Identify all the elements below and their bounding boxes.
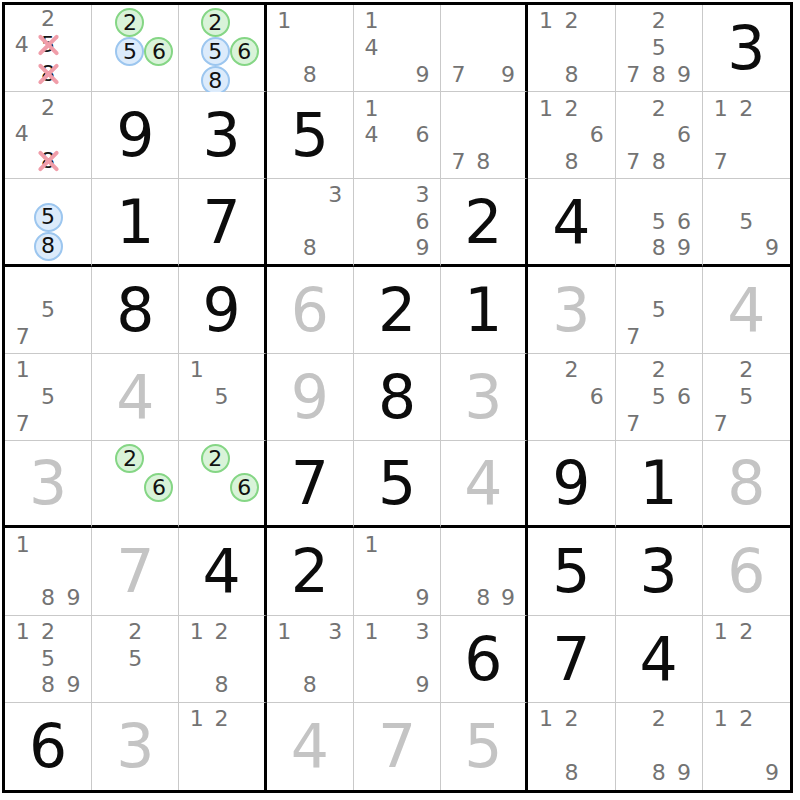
cell-r3c6[interactable]: 2 [441,179,528,266]
candidate[interactable]: 7 [626,413,640,435]
candidate-slot: 1 [184,357,209,384]
candidate[interactable]: 1 [365,621,379,643]
cell-r2c1[interactable]: 248 [5,92,92,179]
candidate[interactable]: 2 [652,10,666,32]
candidate[interactable]: 6 [677,124,691,146]
candidate[interactable]: 8 [476,151,490,173]
candidate[interactable]: 3 [328,621,342,643]
candidate[interactable]: 9 [415,64,429,86]
candidate-green-circle[interactable]: 6 [230,473,259,502]
candidate-slot [209,645,234,672]
candidate[interactable]: 9 [677,237,691,259]
cell-r9c9[interactable]: 129 [703,703,790,790]
candidate-slot: 8 [559,61,584,88]
cell-r7c4[interactable]: 2 [267,528,354,615]
candidate-grid: 12 [708,619,785,699]
cell-r8c5[interactable]: 139 [354,616,441,703]
cell-r4c4[interactable]: 6 [267,267,354,354]
candidate[interactable]: 9 [765,237,779,259]
candidate[interactable]: 1 [539,98,553,120]
candidate-slot [734,733,760,760]
candidate-slot [184,733,209,760]
cell-r1c2[interactable]: 256 [92,5,179,92]
candidate-slot [10,384,35,411]
candidate-slot [446,35,471,62]
cell-r1c1[interactable]: 2458 [5,5,92,92]
candidate-slot [230,502,259,522]
candidate[interactable]: 8 [303,237,317,259]
candidate[interactable]: 8 [41,587,55,609]
candidate[interactable]: 8 [652,151,666,173]
candidate-slot: 6 [230,37,259,66]
cell-r6c1[interactable]: 3 [5,441,92,528]
cell-r7c7[interactable]: 5 [528,528,615,615]
candidate[interactable]: 1 [539,10,553,32]
candidate-slot: 1 [708,619,734,646]
candidate[interactable]: 9 [415,237,429,259]
candidate-slot [61,558,86,585]
candidate[interactable]: 8 [215,674,229,696]
candidate-green-circle[interactable]: 2 [201,444,230,473]
candidate[interactable]: 4 [15,123,29,145]
candidate[interactable]: 2 [41,621,55,643]
candidate[interactable]: 2 [739,708,753,730]
cell-r6c5[interactable]: 5 [354,441,441,528]
candidate-green-circle[interactable]: 2 [115,8,144,37]
candidate-slot: 2 [209,706,234,733]
cell-r4c3[interactable]: 9 [179,267,266,354]
cell-r5c9[interactable]: 257 [703,354,790,441]
candidate[interactable]: 2 [652,98,666,120]
candidate-slot: 8 [209,672,234,699]
placed-digit: 2 [267,528,353,614]
cell-r5c2[interactable]: 4 [92,354,179,441]
candidate-slot [584,61,609,88]
candidate[interactable]: 1 [190,708,204,730]
candidate[interactable]: 1 [16,534,30,556]
candidate[interactable]: 9 [501,64,515,86]
candidate-slot [708,672,734,699]
candidate-slot [322,235,347,261]
candidate[interactable]: 2 [739,621,753,643]
candidate-slot [234,733,259,760]
candidate[interactable]: 2 [41,97,55,119]
candidate-slot [671,410,696,437]
candidate[interactable]: 1 [714,621,728,643]
candidate-blue-circle[interactable]: 5 [115,37,144,66]
cell-r8c1[interactable]: 12589 [5,616,92,703]
candidate[interactable]: 8 [652,64,666,86]
candidate-blue-circle[interactable]: 8 [34,232,63,261]
cell-r2c3[interactable]: 3 [179,92,266,179]
cell-r8c3[interactable]: 128 [179,616,266,703]
candidate-slot [322,645,347,672]
candidate[interactable]: 8 [41,674,55,696]
cell-r7c9[interactable]: 6 [703,528,790,615]
cell-r3c5[interactable]: 369 [354,179,441,266]
cell-r6c3[interactable]: 26 [179,441,266,528]
cell-r2c6[interactable]: 78 [441,92,528,179]
candidate[interactable]: 5 [652,299,666,321]
candidate[interactable]: 9 [677,762,691,784]
candidate[interactable]: 7 [626,64,640,86]
candidate[interactable]: 7 [626,151,640,173]
cell-r2c7[interactable]: 1268 [528,92,615,179]
candidate[interactable]: 2 [739,359,753,381]
cell-r2c4[interactable]: 5 [267,92,354,179]
cell-r2c8[interactable]: 2678 [616,92,703,179]
candidate[interactable]: 2 [564,98,578,120]
candidate[interactable]: 4 [365,124,379,146]
candidate[interactable]: 2 [652,708,666,730]
candidate[interactable]: 1 [277,10,291,32]
cell-r4c8[interactable]: 57 [616,267,703,354]
candidate[interactable]: 5 [41,299,55,321]
candidate[interactable]: 6 [677,211,691,233]
candidate-slot [148,645,173,672]
candidate-grid: 25 [97,619,173,699]
solver-digit: 8 [703,441,790,525]
cell-r3c7[interactable]: 4 [528,179,615,266]
candidate-slot [10,558,35,585]
candidate[interactable]: 8 [564,762,578,784]
candidate-green-circle[interactable]: 6 [230,37,259,66]
candidate-slot [184,760,209,787]
cell-r5c4[interactable]: 9 [267,354,354,441]
cell-r7c5[interactable]: 19 [354,528,441,615]
cell-r6c2[interactable]: 26 [92,441,179,528]
candidate[interactable]: 1 [539,708,553,730]
candidate-slot: 6 [671,209,696,235]
candidate[interactable]: 6 [590,124,604,146]
candidate[interactable]: 1 [190,621,204,643]
cell-r3c3[interactable]: 7 [179,179,266,266]
candidate-slot [734,410,760,437]
candidate-slot [446,558,471,585]
candidate-slot [97,645,122,672]
cell-r6c9[interactable]: 8 [703,441,790,528]
candidate-green-circle[interactable]: 2 [201,8,230,37]
candidate-slot [496,149,521,176]
candidate[interactable]: 2 [215,621,229,643]
cell-r8c6[interactable]: 6 [441,616,528,703]
cell-r3c9[interactable]: 59 [703,179,790,266]
candidate-green-circle[interactable]: 2 [115,444,144,473]
candidate-slot [35,531,60,558]
cell-r5c1[interactable]: 157 [5,354,92,441]
cell-r7c8[interactable]: 3 [616,528,703,615]
candidate[interactable]: 2 [215,708,229,730]
candidate[interactable]: 2 [564,359,578,381]
cell-r3c4[interactable]: 38 [267,179,354,266]
candidate-slot [61,645,86,672]
candidate-slot [621,8,646,35]
cell-r1c3[interactable]: 2568 [179,5,266,92]
placed-digit: 9 [179,267,263,353]
cell-r7c1[interactable]: 189 [5,528,92,615]
candidate[interactable]: 2 [739,98,753,120]
cell-r9c1[interactable]: 6 [5,703,92,790]
candidate-slot [384,531,409,558]
candidate-eliminated-x[interactable]: 8 [34,59,63,88]
candidate-slot [61,531,86,558]
candidate-grid: 58 [10,182,86,260]
candidate[interactable]: 9 [415,587,429,609]
cell-r4c6[interactable]: 1 [441,267,528,354]
cell-r8c4[interactable]: 138 [267,616,354,703]
cell-r6c4[interactable]: 7 [267,441,354,528]
cell-r9c2[interactable]: 3 [92,703,179,790]
candidate-slot [496,531,521,558]
cell-r9c5[interactable]: 7 [354,703,441,790]
candidate[interactable]: 2 [652,359,666,381]
candidate-slot: 7 [10,323,35,350]
candidate-green-circle[interactable]: 6 [144,37,173,66]
candidate[interactable]: 2 [564,708,578,730]
candidate[interactable]: 8 [303,64,317,86]
candidate-slot [621,706,646,733]
candidate[interactable]: 1 [365,98,379,120]
cell-r5c6[interactable]: 3 [441,354,528,441]
candidate-green-circle[interactable]: 6 [144,473,173,502]
candidate[interactable]: 8 [564,151,578,173]
placed-digit: 1 [92,179,178,263]
candidate-slot: 8 [297,672,322,699]
candidate[interactable]: 5 [739,386,753,408]
candidate[interactable]: 7 [626,326,640,348]
candidate[interactable]: 2 [128,621,142,643]
cell-r3c8[interactable]: 5689 [616,179,703,266]
candidate-slot [759,209,785,235]
candidate-slot [759,733,785,760]
candidate[interactable]: 9 [765,762,779,784]
candidate-slot [621,357,646,384]
cell-r6c6[interactable]: 4 [441,441,528,528]
cell-r4c7[interactable]: 3 [528,267,615,354]
cell-r9c8[interactable]: 289 [616,703,703,790]
candidate-blue-circle[interactable]: 5 [34,203,63,232]
candidate-slot [559,35,584,62]
candidate-slot: 8 [201,66,230,95]
candidate[interactable]: 5 [652,37,666,59]
candidate-slot [10,182,34,202]
cell-r9c3[interactable]: 12 [179,703,266,790]
cell-r4c1[interactable]: 57 [5,267,92,354]
candidate[interactable]: 1 [365,534,379,556]
candidate[interactable]: 1 [714,708,728,730]
candidate-slot [621,760,646,787]
candidate-blue-circle[interactable]: 8 [201,66,230,95]
candidate[interactable]: 7 [16,413,30,435]
candidate[interactable]: 4 [15,34,29,56]
candidate-slot [621,296,646,323]
candidate-slot [410,558,435,585]
candidate[interactable]: 9 [67,674,81,696]
candidate[interactable]: 6 [677,386,691,408]
candidate-slot [10,203,34,232]
candidate-slot [759,706,785,733]
candidate[interactable]: 9 [677,64,691,86]
candidate-slot [234,672,259,699]
candidate-grid: 79 [446,8,520,88]
cell-r5c5[interactable]: 8 [354,354,441,441]
candidate-eliminated-x[interactable]: 5 [34,30,63,59]
cell-r5c7[interactable]: 26 [528,354,615,441]
candidate-slot [410,8,435,35]
candidate[interactable]: 1 [16,359,30,381]
candidate-slot: 5 [35,384,60,411]
cell-r9c6[interactable]: 5 [441,703,528,790]
candidate-slot [708,182,734,208]
candidate[interactable]: 7 [451,64,465,86]
cell-r6c8[interactable]: 1 [616,441,703,528]
candidate[interactable]: 4 [365,37,379,59]
candidate-slot [230,8,259,37]
candidate[interactable]: 9 [501,587,515,609]
candidate-eliminated-x[interactable]: 8 [34,146,63,175]
cell-r2c5[interactable]: 146 [354,92,441,179]
candidate-slot: 1 [10,357,35,384]
candidate[interactable]: 6 [415,211,429,233]
candidate-slot: 6 [410,209,435,235]
cell-r7c3[interactable]: 4 [179,528,266,615]
cell-r1c8[interactable]: 25789 [616,5,703,92]
candidate[interactable]: 8 [476,587,490,609]
candidate[interactable]: 3 [415,184,429,206]
candidate-slot: 3 [410,182,435,208]
candidate-slot [446,122,471,149]
candidate[interactable]: 2 [41,8,55,30]
candidate-slot [584,733,609,760]
candidate-slot: 9 [410,585,435,612]
candidate-slot [621,122,646,149]
candidate-slot: 9 [410,672,435,699]
candidate[interactable]: 5 [652,211,666,233]
candidate-slot [384,619,409,646]
candidate-slot [35,270,60,297]
candidate-slot [533,357,558,384]
candidate[interactable]: 6 [590,386,604,408]
cell-r3c1[interactable]: 58 [5,179,92,266]
candidate-slot [671,35,696,62]
candidate[interactable]: 1 [16,621,30,643]
cell-r2c2[interactable]: 9 [92,92,179,179]
candidate-slot [234,410,259,437]
candidate-slot [10,8,34,30]
candidate[interactable]: 7 [451,151,465,173]
candidate-slot: 5 [35,645,60,672]
placed-digit: 1 [616,441,702,525]
candidate-slot [384,585,409,612]
candidate[interactable]: 1 [714,98,728,120]
cell-r3c2[interactable]: 1 [92,179,179,266]
candidate[interactable]: 1 [190,359,204,381]
candidate-slot [671,270,696,297]
candidate-slot: 5 [734,384,760,411]
cell-r5c8[interactable]: 2567 [616,354,703,441]
candidate[interactable]: 9 [67,587,81,609]
candidate-slot [63,59,87,88]
candidate[interactable]: 8 [564,64,578,86]
cell-r4c5[interactable]: 2 [354,267,441,354]
candidate[interactable]: 8 [303,674,317,696]
candidate[interactable]: 8 [652,237,666,259]
candidate[interactable]: 7 [714,151,728,173]
candidate-slot: 2 [646,8,671,35]
candidate-slot [297,8,322,35]
candidate[interactable]: 5 [215,386,229,408]
solver-digit: 3 [528,267,614,353]
cell-r6c7[interactable]: 9 [528,441,615,528]
candidate-slot [35,410,60,437]
candidate-grid: 127 [708,95,785,175]
candidate[interactable]: 8 [652,762,666,784]
cell-r1c7[interactable]: 128 [528,5,615,92]
candidate[interactable]: 5 [739,211,753,233]
candidate[interactable]: 1 [365,10,379,32]
candidate[interactable]: 7 [16,326,30,348]
cell-r9c4[interactable]: 4 [267,703,354,790]
candidate-grid: 38 [272,182,348,260]
cell-r7c6[interactable]: 89 [441,528,528,615]
cell-r1c9[interactable]: 3 [703,5,790,92]
candidate[interactable]: 3 [415,621,429,643]
candidate-blue-circle[interactable]: 5 [201,37,230,66]
candidate[interactable]: 5 [41,648,55,670]
candidate-slot [184,8,200,37]
candidate[interactable]: 6 [415,124,429,146]
candidate-slot [184,502,200,522]
candidate-slot [533,149,558,176]
candidate-slot [646,323,671,350]
cell-r5c3[interactable]: 15 [179,354,266,441]
candidate-slot [384,61,409,88]
candidate-slot [384,182,409,208]
candidate-slot [35,558,60,585]
candidate[interactable]: 2 [564,10,578,32]
candidate-slot [10,645,35,672]
cell-r7c2[interactable]: 7 [92,528,179,615]
cell-r8c8[interactable]: 4 [616,616,703,703]
candidate[interactable]: 5 [652,386,666,408]
candidate-slot [209,410,234,437]
cell-r4c9[interactable]: 4 [703,267,790,354]
candidate-slot [671,323,696,350]
cell-r1c6[interactable]: 79 [441,5,528,92]
cell-r9c7[interactable]: 128 [528,703,615,790]
candidate-slot: 5 [115,37,144,66]
cell-r1c5[interactable]: 149 [354,5,441,92]
cell-r4c2[interactable]: 8 [92,267,179,354]
cell-r1c4[interactable]: 18 [267,5,354,92]
candidate-slot [359,149,384,176]
candidate[interactable]: 5 [41,386,55,408]
candidate[interactable]: 3 [328,184,342,206]
candidate[interactable]: 7 [714,413,728,435]
cell-r2c9[interactable]: 127 [703,92,790,179]
candidate-slot: 5 [734,209,760,235]
cell-r8c7[interactable]: 7 [528,616,615,703]
cell-r8c9[interactable]: 12 [703,616,790,703]
cell-r8c2[interactable]: 25 [92,616,179,703]
candidate-slot: 8 [297,235,322,261]
placed-digit: 6 [5,703,91,790]
candidate-slot: 8 [35,585,60,612]
candidate[interactable]: 5 [128,648,142,670]
candidate[interactable]: 9 [415,674,429,696]
candidate-slot [759,182,785,208]
candidate[interactable]: 1 [277,621,291,643]
